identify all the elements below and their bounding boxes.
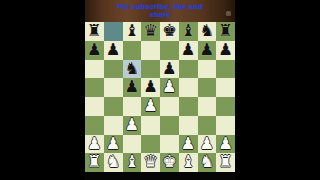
square-b5[interactable] — [104, 78, 123, 97]
white-pawn[interactable]: ♟ — [106, 135, 121, 154]
video-frame: Pls subscribe, like and share ♜♝♛♚♝♞♜♟♟♟… — [0, 0, 320, 180]
white-bishop[interactable]: ♝ — [181, 153, 196, 172]
square-e6[interactable]: ♟ — [160, 60, 179, 79]
square-f5[interactable] — [179, 78, 198, 97]
square-h4[interactable] — [216, 97, 235, 116]
black-bishop[interactable]: ♝ — [181, 22, 196, 41]
square-d3[interactable] — [141, 116, 160, 135]
square-f2[interactable]: ♟ — [179, 135, 198, 154]
black-pawn[interactable]: ♟ — [106, 41, 121, 60]
square-h7[interactable]: ♟ — [216, 41, 235, 60]
corner-icon — [226, 11, 231, 16]
square-g1[interactable]: ♞ — [198, 153, 217, 172]
square-h8[interactable]: ♜ — [216, 22, 235, 41]
white-rook[interactable]: ♜ — [218, 153, 233, 172]
square-f1[interactable]: ♝ — [179, 153, 198, 172]
square-g7[interactable]: ♟ — [198, 41, 217, 60]
square-a6[interactable] — [85, 60, 104, 79]
square-g2[interactable]: ♟ — [198, 135, 217, 154]
square-e8[interactable]: ♚ — [160, 22, 179, 41]
black-rook[interactable]: ♜ — [87, 22, 102, 41]
square-f4[interactable] — [179, 97, 198, 116]
square-a4[interactable] — [85, 97, 104, 116]
black-pawn[interactable]: ♟ — [218, 41, 233, 60]
black-pawn[interactable]: ♟ — [181, 41, 196, 60]
square-c5[interactable]: ♟ — [123, 78, 142, 97]
caption-line-2: share — [149, 11, 170, 20]
black-pawn[interactable]: ♟ — [124, 78, 139, 97]
white-king[interactable]: ♚ — [162, 153, 177, 172]
square-a2[interactable]: ♟ — [85, 135, 104, 154]
square-h5[interactable] — [216, 78, 235, 97]
square-c8[interactable]: ♝ — [123, 22, 142, 41]
square-f6[interactable] — [179, 60, 198, 79]
square-b1[interactable]: ♞ — [104, 153, 123, 172]
square-b6[interactable] — [104, 60, 123, 79]
white-pawn[interactable]: ♟ — [181, 135, 196, 154]
square-h3[interactable] — [216, 116, 235, 135]
white-pawn[interactable]: ♟ — [162, 78, 177, 97]
square-a3[interactable] — [85, 116, 104, 135]
square-c3[interactable]: ♟ — [123, 116, 142, 135]
square-a8[interactable]: ♜ — [85, 22, 104, 41]
black-rook[interactable]: ♜ — [218, 22, 233, 41]
white-rook[interactable]: ♜ — [87, 153, 102, 172]
white-pawn[interactable]: ♟ — [218, 135, 233, 154]
square-c4[interactable] — [123, 97, 142, 116]
black-pawn[interactable]: ♟ — [162, 60, 177, 79]
square-e2[interactable] — [160, 135, 179, 154]
square-c1[interactable]: ♝ — [123, 153, 142, 172]
square-c6[interactable]: ♞ — [123, 60, 142, 79]
square-d8[interactable]: ♛ — [141, 22, 160, 41]
black-knight[interactable]: ♞ — [199, 22, 214, 41]
black-pawn[interactable]: ♟ — [143, 78, 158, 97]
white-queen[interactable]: ♛ — [143, 153, 158, 172]
black-queen[interactable]: ♛ — [143, 22, 158, 41]
square-g5[interactable] — [198, 78, 217, 97]
white-knight[interactable]: ♞ — [199, 153, 214, 172]
square-e3[interactable] — [160, 116, 179, 135]
white-knight[interactable]: ♞ — [106, 153, 121, 172]
wood-header: Pls subscribe, like and share — [85, 0, 235, 22]
black-pawn[interactable]: ♟ — [199, 41, 214, 60]
square-c7[interactable] — [123, 41, 142, 60]
black-pawn[interactable]: ♟ — [87, 41, 102, 60]
square-e4[interactable] — [160, 97, 179, 116]
black-knight[interactable]: ♞ — [124, 60, 139, 79]
square-g8[interactable]: ♞ — [198, 22, 217, 41]
chess-app-view: Pls subscribe, like and share ♜♝♛♚♝♞♜♟♟♟… — [85, 0, 235, 180]
square-d5[interactable]: ♟ — [141, 78, 160, 97]
white-pawn[interactable]: ♟ — [143, 97, 158, 116]
white-pawn[interactable]: ♟ — [87, 135, 102, 154]
square-c2[interactable] — [123, 135, 142, 154]
square-e5[interactable]: ♟ — [160, 78, 179, 97]
square-e7[interactable] — [160, 41, 179, 60]
letterbox-right — [235, 0, 320, 180]
square-a5[interactable] — [85, 78, 104, 97]
square-f3[interactable] — [179, 116, 198, 135]
square-b8[interactable] — [104, 22, 123, 41]
square-h1[interactable]: ♜ — [216, 153, 235, 172]
white-pawn[interactable]: ♟ — [199, 135, 214, 154]
square-f8[interactable]: ♝ — [179, 22, 198, 41]
square-g4[interactable] — [198, 97, 217, 116]
square-d7[interactable] — [141, 41, 160, 60]
letterbox-left — [0, 0, 85, 180]
square-b2[interactable]: ♟ — [104, 135, 123, 154]
black-king[interactable]: ♚ — [162, 22, 177, 41]
square-b7[interactable]: ♟ — [104, 41, 123, 60]
square-d6[interactable] — [141, 60, 160, 79]
chess-board[interactable]: ♜♝♛♚♝♞♜♟♟♟♟♟♞♟♟♟♟♟♟♟♟♟♟♟♜♞♝♛♚♝♞♜ — [85, 22, 235, 172]
square-b3[interactable] — [104, 116, 123, 135]
square-g3[interactable] — [198, 116, 217, 135]
square-a1[interactable]: ♜ — [85, 153, 104, 172]
square-e1[interactable]: ♚ — [160, 153, 179, 172]
white-pawn[interactable]: ♟ — [124, 116, 139, 135]
square-d2[interactable] — [141, 135, 160, 154]
square-b4[interactable] — [104, 97, 123, 116]
black-bishop[interactable]: ♝ — [124, 22, 139, 41]
square-d4[interactable]: ♟ — [141, 97, 160, 116]
square-h6[interactable] — [216, 60, 235, 79]
white-bishop[interactable]: ♝ — [124, 153, 139, 172]
square-a7[interactable]: ♟ — [85, 41, 104, 60]
square-h2[interactable]: ♟ — [216, 135, 235, 154]
square-g6[interactable] — [198, 60, 217, 79]
square-f7[interactable]: ♟ — [179, 41, 198, 60]
square-d1[interactable]: ♛ — [141, 153, 160, 172]
